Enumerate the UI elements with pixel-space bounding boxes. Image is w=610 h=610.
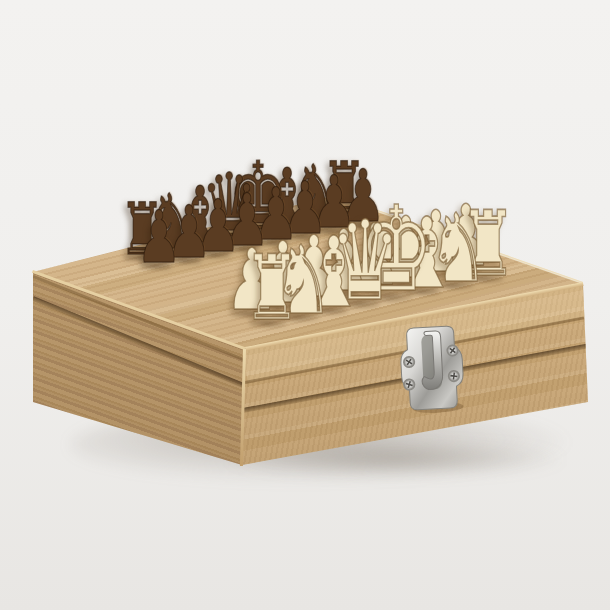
pieces-layer: ♜♞♝♛♚♝♞♜♟♟♟♟♟♟♟♟♟♟♟♟♟♟♟♟♜♞♝♛♚♝♞♜	[0, 0, 610, 610]
piece-black-pawn-a7: ♟	[137, 202, 182, 274]
piece-white-rook-a1: ♜	[243, 244, 299, 334]
product-photo-scene: ♜♞♝♛♚♝♞♜♟♟♟♟♟♟♟♟♟♟♟♟♟♟♟♟♜♞♝♛♚♝♞♜	[0, 0, 610, 610]
